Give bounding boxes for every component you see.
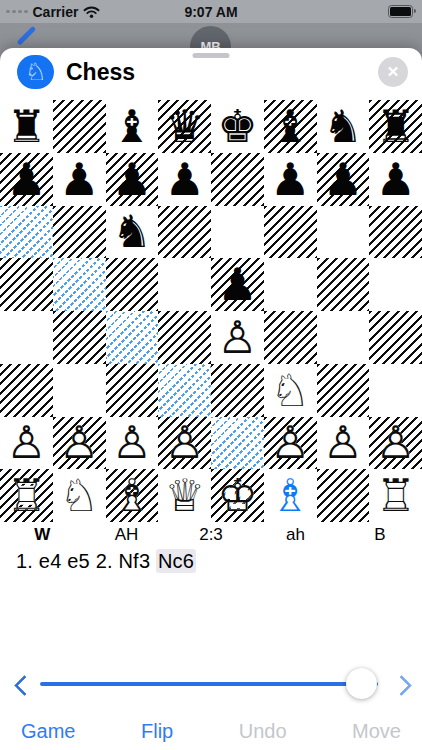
white-piece-e4: ♙ xyxy=(211,311,264,364)
square-f2[interactable]: ♟♙ xyxy=(264,417,317,470)
square-e2[interactable] xyxy=(211,417,264,470)
square-f8[interactable]: ♝ xyxy=(264,100,317,153)
square-b3[interactable] xyxy=(53,364,106,417)
square-e4[interactable]: ♟♙ xyxy=(211,311,264,364)
square-d7[interactable]: ♟ xyxy=(158,153,211,206)
square-b7[interactable]: ♟ xyxy=(53,153,106,206)
wifi-icon xyxy=(83,6,100,18)
white-piece-h2: ♙ xyxy=(369,417,422,470)
square-g1[interactable] xyxy=(317,469,370,522)
square-b5[interactable] xyxy=(53,258,106,311)
black-piece-h7: ♟ xyxy=(369,153,422,206)
square-d8[interactable]: ♛ xyxy=(158,100,211,153)
battery-full-icon xyxy=(388,5,413,18)
square-a3[interactable] xyxy=(0,364,53,417)
screen: Carrier 9:07 AM MB ♘ Chess ✕ ♜♝♛♚♝♞♜♟♟♟♟… xyxy=(0,0,422,750)
black-piece-f8: ♝ xyxy=(264,100,317,153)
square-g2[interactable]: ♟♙ xyxy=(317,417,370,470)
carrier-label: Carrier xyxy=(33,4,79,20)
square-h8[interactable]: ♜ xyxy=(369,100,422,153)
board-status-label: AH xyxy=(84,522,168,548)
square-b4[interactable] xyxy=(53,311,106,364)
board-status-label: W xyxy=(0,522,84,548)
square-a6[interactable] xyxy=(0,206,53,259)
selected-white-piece-f1: ♗ xyxy=(264,469,317,522)
board-status-label: B xyxy=(338,522,422,548)
square-c7[interactable]: ♟ xyxy=(106,153,159,206)
white-piece-c2: ♙ xyxy=(106,417,159,470)
square-d6[interactable] xyxy=(158,206,211,259)
square-g7[interactable]: ♟ xyxy=(317,153,370,206)
square-a1[interactable]: ♜♖ xyxy=(0,469,53,522)
square-a2[interactable]: ♟♙ xyxy=(0,417,53,470)
white-piece-h1: ♖ xyxy=(369,469,422,522)
square-f7[interactable]: ♟ xyxy=(264,153,317,206)
black-piece-d8: ♛ xyxy=(158,100,211,153)
square-c6[interactable]: ♞ xyxy=(106,206,159,259)
square-e1[interactable]: ♚♔ xyxy=(211,469,264,522)
square-h6[interactable] xyxy=(369,206,422,259)
game-button[interactable]: Game xyxy=(21,720,75,743)
square-a5[interactable] xyxy=(0,258,53,311)
black-piece-a8: ♜ xyxy=(0,100,53,153)
move-history-slider xyxy=(0,660,422,708)
black-piece-c8: ♝ xyxy=(106,100,159,153)
board-status-label: ah xyxy=(253,522,337,548)
black-piece-g8: ♞ xyxy=(317,100,370,153)
white-piece-g2: ♙ xyxy=(317,417,370,470)
square-c3[interactable] xyxy=(106,364,159,417)
square-c2[interactable]: ♟♙ xyxy=(106,417,159,470)
square-b8[interactable] xyxy=(53,100,106,153)
square-c8[interactable]: ♝ xyxy=(106,100,159,153)
square-e7[interactable] xyxy=(211,153,264,206)
square-e5[interactable]: ♟ xyxy=(211,258,264,311)
slider-thumb[interactable] xyxy=(346,668,377,699)
square-a8[interactable]: ♜ xyxy=(0,100,53,153)
white-piece-d2: ♙ xyxy=(158,417,211,470)
white-piece-e1: ♔ xyxy=(211,469,264,522)
black-piece-a7: ♟ xyxy=(0,153,53,206)
white-piece-a1: ♖ xyxy=(0,469,53,522)
square-d1[interactable]: ♛♕ xyxy=(158,469,211,522)
current-move[interactable]: Nc6 xyxy=(156,549,196,573)
square-a4[interactable] xyxy=(0,311,53,364)
status-bar: Carrier 9:07 AM xyxy=(0,0,422,23)
black-piece-h8: ♜ xyxy=(369,100,422,153)
black-piece-e5: ♟ xyxy=(211,258,264,311)
square-h1[interactable]: ♜♖ xyxy=(369,469,422,522)
white-piece-c1: ♗ xyxy=(106,469,159,522)
knight-icon: ♘ xyxy=(17,55,54,89)
square-d3[interactable] xyxy=(158,364,211,417)
signal-strength-icon xyxy=(6,10,28,14)
square-c1[interactable]: ♝♗ xyxy=(106,469,159,522)
square-f1[interactable]: ♝♗ xyxy=(264,469,317,522)
square-e6[interactable] xyxy=(211,206,264,259)
chess-board: ♜♝♛♚♝♞♜♟♟♟♟♟♟♟♞♟♟♙♞♘♟♙♟♙♟♙♟♙♟♙♟♙♟♙♜♖♞♘♝♗… xyxy=(0,100,422,522)
square-g5[interactable] xyxy=(317,258,370,311)
compose-pencil-icon xyxy=(17,26,36,45)
white-piece-f2: ♙ xyxy=(264,417,317,470)
white-piece-f3: ♘ xyxy=(264,364,317,417)
black-piece-f7: ♟ xyxy=(264,153,317,206)
flip-button[interactable]: Flip xyxy=(141,720,173,743)
square-d4[interactable] xyxy=(158,311,211,364)
black-piece-c6: ♞ xyxy=(106,206,159,259)
white-piece-b2: ♙ xyxy=(53,417,106,470)
chevron-right-icon[interactable] xyxy=(391,675,412,696)
undo-button: Undo xyxy=(239,720,287,743)
square-c5[interactable] xyxy=(106,258,159,311)
square-g3[interactable] xyxy=(317,364,370,417)
square-e3[interactable] xyxy=(211,364,264,417)
square-c4[interactable] xyxy=(106,311,159,364)
move-button: Move xyxy=(352,720,401,743)
white-piece-a2: ♙ xyxy=(0,417,53,470)
board-status-label: 2:3 xyxy=(169,522,253,548)
square-a7[interactable]: ♟ xyxy=(0,153,53,206)
black-piece-c7: ♟ xyxy=(106,153,159,206)
slider-track[interactable] xyxy=(40,682,378,686)
close-icon: ✕ xyxy=(387,63,400,81)
black-piece-g7: ♟ xyxy=(317,153,370,206)
black-piece-b7: ♟ xyxy=(53,153,106,206)
square-h7[interactable]: ♟ xyxy=(369,153,422,206)
square-g6[interactable] xyxy=(317,206,370,259)
black-piece-e8: ♚ xyxy=(211,100,264,153)
square-b1[interactable]: ♞♘ xyxy=(53,469,106,522)
square-b6[interactable] xyxy=(53,206,106,259)
chevron-left-icon[interactable] xyxy=(14,675,35,696)
bottom-toolbar: GameFlipUndoMove xyxy=(0,720,422,743)
square-f6[interactable] xyxy=(264,206,317,259)
square-g4[interactable] xyxy=(317,311,370,364)
close-button[interactable]: ✕ xyxy=(378,57,408,87)
sheet-grabber[interactable] xyxy=(193,53,230,58)
square-g8[interactable]: ♞ xyxy=(317,100,370,153)
square-h2[interactable]: ♟♙ xyxy=(369,417,422,470)
chess-app-sheet: ♘ Chess ✕ ♜♝♛♚♝♞♜♟♟♟♟♟♟♟♞♟♟♙♞♘♟♙♟♙♟♙♟♙♟♙… xyxy=(0,48,422,750)
square-h5[interactable] xyxy=(369,258,422,311)
square-d5[interactable] xyxy=(158,258,211,311)
square-f3[interactable]: ♞♘ xyxy=(264,364,317,417)
square-h4[interactable] xyxy=(369,311,422,364)
square-e8[interactable]: ♚ xyxy=(211,100,264,153)
white-piece-d1: ♕ xyxy=(158,469,211,522)
black-piece-d7: ♟ xyxy=(158,153,211,206)
square-f5[interactable] xyxy=(264,258,317,311)
square-b2[interactable]: ♟♙ xyxy=(53,417,106,470)
move-list: 1. e4 e5 2. Nf3 Nc6 xyxy=(16,550,196,573)
square-f4[interactable] xyxy=(264,311,317,364)
square-h3[interactable] xyxy=(369,364,422,417)
white-piece-b1: ♘ xyxy=(53,469,106,522)
moves-played: 1. e4 e5 2. Nf3 xyxy=(16,550,156,572)
page-title: Chess xyxy=(66,59,135,86)
board-status-row: WAH2:3ahB xyxy=(0,522,422,548)
square-d2[interactable]: ♟♙ xyxy=(158,417,211,470)
